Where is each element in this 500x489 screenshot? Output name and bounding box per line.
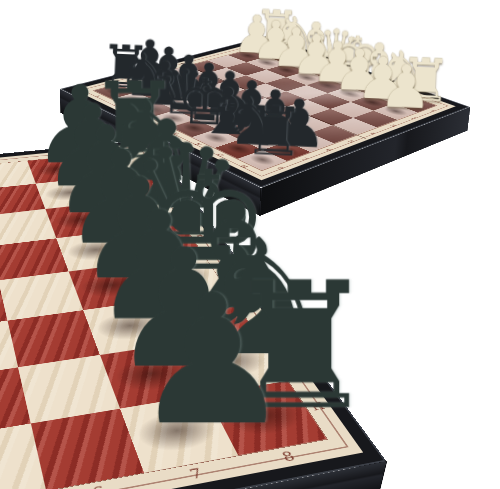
piece-shadow (98, 177, 157, 197)
piece-shadow (112, 201, 175, 224)
piece-shadow (189, 341, 276, 382)
board-face: ♟♜♟♞♟♝♟♛♟♚♟♝♟♞♟♜12345678ABCDEFGH (0, 144, 363, 489)
product-photo-stage: ♜♞♝♛♚♝♞♜♟♟♟♟♟♟♟♟♟♟♟♟♟♟♟♟♜♞♝♛♚♝♞♜ABCDEFGH… (0, 0, 500, 489)
piece-shadow (127, 229, 194, 255)
piece-shadow (109, 353, 195, 396)
piece-shadow (51, 208, 113, 231)
closeup-board: ♟♜♟♞♟♝♟♛♟♚♟♝♟♞♟♜12345678ABCDEFGH (0, 140, 386, 489)
piece-shadow (32, 160, 87, 178)
closeup-camera: ♟♜♟♞♟♝♟♛♟♚♟♝♟♞♟♜12345678ABCDEFGH (0, 0, 500, 489)
piece-black-pawn: ♟ (32, 80, 88, 171)
piece-shadow (91, 308, 170, 344)
piece-shadow (145, 261, 218, 291)
piece-shadow (165, 298, 244, 333)
piece-shadow (217, 392, 314, 441)
piece-black-rook: ♜ (87, 76, 142, 166)
piece-shadow (41, 183, 99, 204)
piece-shadow (63, 237, 130, 264)
piece-shadow (86, 155, 141, 173)
board-grid: ♟♜♟♞♟♝♟♛♟♚♟♝♟♞♟♜ (0, 150, 327, 489)
piece-shadow (76, 270, 148, 301)
square: ♟ (69, 263, 157, 310)
piece-shadow (130, 406, 226, 457)
